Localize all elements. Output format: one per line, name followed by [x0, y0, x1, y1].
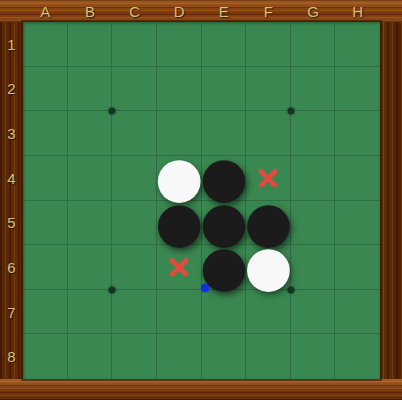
square-B3[interactable]: [68, 111, 113, 156]
square-G8[interactable]: [291, 334, 336, 379]
square-D3[interactable]: [157, 111, 202, 156]
square-H4[interactable]: [335, 156, 380, 201]
square-G6[interactable]: [291, 245, 336, 290]
square-E1[interactable]: [202, 22, 247, 67]
square-D2[interactable]: [157, 67, 202, 112]
square-G4[interactable]: [291, 156, 336, 201]
square-A1[interactable]: [23, 22, 68, 67]
col-label-D: D: [157, 0, 202, 22]
col-label-C: C: [112, 0, 157, 22]
square-F1[interactable]: [246, 22, 291, 67]
square-C7[interactable]: [112, 290, 157, 335]
square-G7[interactable]: [291, 290, 336, 335]
col-label-E: E: [202, 0, 247, 22]
square-D6[interactable]: [157, 245, 202, 290]
row-label-4: 4: [0, 156, 23, 201]
square-D8[interactable]: [157, 334, 202, 379]
square-C8[interactable]: [112, 334, 157, 379]
square-G3[interactable]: [291, 111, 336, 156]
square-C3[interactable]: [112, 111, 157, 156]
square-B6[interactable]: [68, 245, 113, 290]
row-label-6: 6: [0, 245, 23, 290]
square-C4[interactable]: [112, 156, 157, 201]
col-label-H: H: [335, 0, 380, 22]
square-C5[interactable]: [112, 201, 157, 246]
col-label-F: F: [246, 0, 291, 22]
square-H2[interactable]: [335, 67, 380, 112]
square-C6[interactable]: [112, 245, 157, 290]
row-label-1: 1: [0, 22, 23, 67]
square-B1[interactable]: [68, 22, 113, 67]
square-F2[interactable]: [246, 67, 291, 112]
square-F4[interactable]: [246, 156, 291, 201]
square-H3[interactable]: [335, 111, 380, 156]
col-label-B: B: [68, 0, 113, 22]
square-E2[interactable]: [202, 67, 247, 112]
square-A2[interactable]: [23, 67, 68, 112]
square-E8[interactable]: [202, 334, 247, 379]
square-G1[interactable]: [291, 22, 336, 67]
row-label-2: 2: [0, 67, 23, 112]
square-A5[interactable]: [23, 201, 68, 246]
square-C2[interactable]: [112, 67, 157, 112]
square-B5[interactable]: [68, 201, 113, 246]
square-H7[interactable]: [335, 290, 380, 335]
row-label-3: 3: [0, 111, 23, 156]
square-E6[interactable]: [202, 245, 247, 290]
square-A6[interactable]: [23, 245, 68, 290]
square-F6[interactable]: [246, 245, 291, 290]
square-E5[interactable]: [202, 201, 247, 246]
square-E3[interactable]: [202, 111, 247, 156]
square-C1[interactable]: [112, 22, 157, 67]
row-label-8: 8: [0, 334, 23, 379]
othello-game: ABCDEFGH 12345678 ●●●●●●●: [0, 0, 402, 400]
square-D5[interactable]: [157, 201, 202, 246]
square-F5[interactable]: [246, 201, 291, 246]
square-F3[interactable]: [246, 111, 291, 156]
square-F8[interactable]: [246, 334, 291, 379]
square-D4[interactable]: [157, 156, 202, 201]
square-E7[interactable]: [202, 290, 247, 335]
square-H6[interactable]: [335, 245, 380, 290]
square-G5[interactable]: [291, 201, 336, 246]
row-labels: 12345678: [0, 22, 23, 379]
square-B8[interactable]: [68, 334, 113, 379]
column-labels: ABCDEFGH: [23, 0, 380, 22]
othello-board: ●●●●●●●: [23, 22, 380, 379]
square-H1[interactable]: [335, 22, 380, 67]
square-D7[interactable]: [157, 290, 202, 335]
square-H8[interactable]: [335, 334, 380, 379]
row-label-5: 5: [0, 201, 23, 246]
square-A7[interactable]: [23, 290, 68, 335]
square-A8[interactable]: [23, 334, 68, 379]
col-label-A: A: [23, 0, 68, 22]
square-B4[interactable]: [68, 156, 113, 201]
square-A3[interactable]: [23, 111, 68, 156]
square-A4[interactable]: [23, 156, 68, 201]
square-D1[interactable]: [157, 22, 202, 67]
square-H5[interactable]: [335, 201, 380, 246]
row-label-7: 7: [0, 290, 23, 335]
square-G2[interactable]: [291, 67, 336, 112]
square-B7[interactable]: [68, 290, 113, 335]
wood-frame-bottom: [0, 379, 402, 400]
square-B2[interactable]: [68, 67, 113, 112]
col-label-G: G: [291, 0, 336, 22]
square-E4[interactable]: [202, 156, 247, 201]
square-F7[interactable]: [246, 290, 291, 335]
